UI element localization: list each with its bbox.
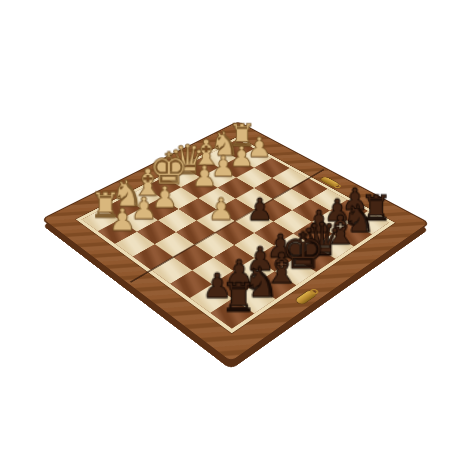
piece-white-pawn-h2[interactable]: ♟ xyxy=(102,204,142,235)
piece-black-rook-h8[interactable]: ♜ xyxy=(216,278,261,318)
square-a4[interactable] xyxy=(272,168,308,188)
square-h8[interactable]: ♜ xyxy=(210,298,254,328)
piece-white-pawn-d2[interactable]: ♟ xyxy=(186,162,224,191)
folding-chess-box: ♜♞♝♚♛♝♞♜♟♟♟♟♟♟♟♟♟♟♟♟♟♟♟♟♜♞♝♚♛♝♞♜ xyxy=(41,121,430,363)
chess-board: ♜♞♝♚♛♝♞♜♟♟♟♟♟♟♟♟♟♟♟♟♟♟♟♟♜♞♝♚♛♝♞♜ xyxy=(76,137,395,333)
piece-white-pawn-e4[interactable]: ♟ xyxy=(201,194,241,224)
board-grid: ♜♞♝♚♛♝♞♜♟♟♟♟♟♟♟♟♟♟♟♟♟♟♟♟♜♞♝♚♛♝♞♜ xyxy=(82,139,390,328)
brass-clasp-icon xyxy=(294,290,317,306)
square-h3[interactable] xyxy=(115,232,155,257)
piece-black-pawn-d5[interactable]: ♟ xyxy=(240,194,280,224)
photo-scene: ♜♞♝♚♛♝♞♜♟♟♟♟♟♟♟♟♟♟♟♟♟♟♟♟♜♞♝♚♛♝♞♜ xyxy=(0,0,470,470)
